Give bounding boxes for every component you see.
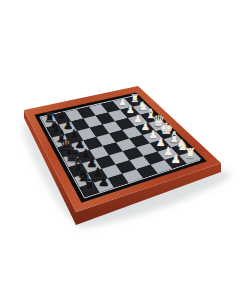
piece-white-pawn-h2: ♟ <box>170 152 181 166</box>
piece-black-pawn-h7: ♟ <box>98 174 110 189</box>
piece-black-rook-h8: ♜ <box>82 176 96 195</box>
chess-set-scene: ♜♟♞♟♝♟♟♜♛♟♟♞♚♟♟♝♝♟♟♞♛♟♟♜♚♟♟♝♟♞♟♜ <box>0 0 240 303</box>
chess-set-product-photo: ♜♟♞♟♝♟♟♜♛♟♟♞♚♟♟♝♝♟♟♞♛♟♟♜♚♟♟♝♟♞♟♜ <box>0 0 240 303</box>
piece-white-rook-h1: ♜ <box>184 145 196 161</box>
